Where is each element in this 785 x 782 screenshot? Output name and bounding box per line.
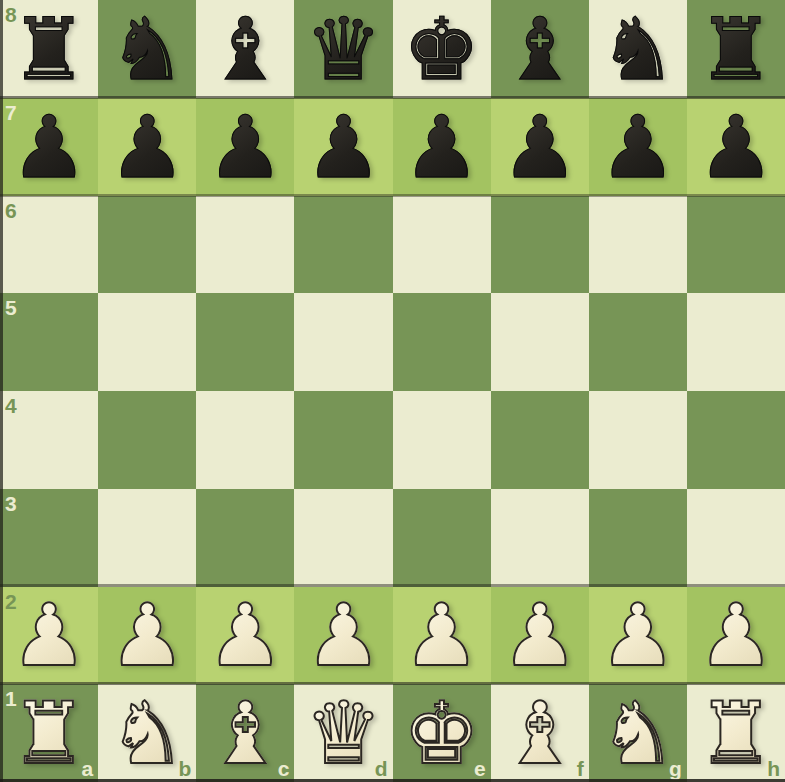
piece-black-pawn[interactable]: ♟ bbox=[196, 98, 294, 196]
piece-white-pawn[interactable]: ♟ bbox=[589, 587, 687, 685]
square-h6[interactable] bbox=[687, 196, 785, 294]
square-e3[interactable] bbox=[393, 489, 491, 587]
square-e5[interactable] bbox=[393, 293, 491, 391]
square-e4[interactable] bbox=[393, 391, 491, 489]
square-d1[interactable]: ♛d bbox=[294, 684, 392, 782]
square-e7[interactable]: ♟ bbox=[393, 98, 491, 196]
square-c5[interactable] bbox=[196, 293, 294, 391]
piece-black-pawn[interactable]: ♟ bbox=[294, 98, 392, 196]
square-b5[interactable] bbox=[98, 293, 196, 391]
piece-white-knight[interactable]: ♞ bbox=[589, 684, 687, 782]
square-a5[interactable]: 5 bbox=[0, 293, 98, 391]
square-h8[interactable]: ♜ bbox=[687, 0, 785, 98]
piece-white-rook[interactable]: ♜ bbox=[687, 684, 785, 782]
square-a1[interactable]: ♜1a bbox=[0, 684, 98, 782]
square-f2[interactable]: ♟ bbox=[491, 587, 589, 685]
piece-white-pawn[interactable]: ♟ bbox=[393, 587, 491, 685]
square-g6[interactable] bbox=[589, 196, 687, 294]
piece-black-pawn[interactable]: ♟ bbox=[393, 98, 491, 196]
piece-black-knight[interactable]: ♞ bbox=[589, 0, 687, 98]
rank-label-3: 3 bbox=[5, 493, 17, 514]
square-c7[interactable]: ♟ bbox=[196, 98, 294, 196]
square-e8[interactable]: ♚ bbox=[393, 0, 491, 98]
piece-white-pawn[interactable]: ♟ bbox=[98, 587, 196, 685]
square-c8[interactable]: ♝ bbox=[196, 0, 294, 98]
square-g2[interactable]: ♟ bbox=[589, 587, 687, 685]
piece-white-queen[interactable]: ♛ bbox=[294, 684, 392, 782]
chess-board: ♜8♞♝♛♚♝♞♜♟7♟♟♟♟♟♟♟6543♟2♟♟♟♟♟♟♟♜1a♞b♝c♛d… bbox=[0, 0, 785, 782]
square-a3[interactable]: 3 bbox=[0, 489, 98, 587]
piece-black-knight[interactable]: ♞ bbox=[98, 0, 196, 98]
square-b4[interactable] bbox=[98, 391, 196, 489]
square-f8[interactable]: ♝ bbox=[491, 0, 589, 98]
square-f4[interactable] bbox=[491, 391, 589, 489]
piece-black-pawn[interactable]: ♟ bbox=[98, 98, 196, 196]
square-f3[interactable] bbox=[491, 489, 589, 587]
square-a2[interactable]: ♟2 bbox=[0, 587, 98, 685]
piece-black-king[interactable]: ♚ bbox=[393, 0, 491, 98]
square-d3[interactable] bbox=[294, 489, 392, 587]
piece-black-pawn[interactable]: ♟ bbox=[589, 98, 687, 196]
piece-black-bishop[interactable]: ♝ bbox=[196, 0, 294, 98]
piece-white-knight[interactable]: ♞ bbox=[98, 684, 196, 782]
piece-white-bishop[interactable]: ♝ bbox=[491, 684, 589, 782]
square-d6[interactable] bbox=[294, 196, 392, 294]
square-h4[interactable] bbox=[687, 391, 785, 489]
square-b8[interactable]: ♞ bbox=[98, 0, 196, 98]
square-e1[interactable]: ♚e bbox=[393, 684, 491, 782]
square-e2[interactable]: ♟ bbox=[393, 587, 491, 685]
square-c1[interactable]: ♝c bbox=[196, 684, 294, 782]
square-g4[interactable] bbox=[589, 391, 687, 489]
piece-black-pawn[interactable]: ♟ bbox=[491, 98, 589, 196]
square-h3[interactable] bbox=[687, 489, 785, 587]
piece-white-pawn[interactable]: ♟ bbox=[0, 587, 98, 685]
piece-black-rook[interactable]: ♜ bbox=[687, 0, 785, 98]
square-h5[interactable] bbox=[687, 293, 785, 391]
square-d5[interactable] bbox=[294, 293, 392, 391]
rank-label-5: 5 bbox=[5, 297, 17, 318]
square-f6[interactable] bbox=[491, 196, 589, 294]
piece-black-pawn[interactable]: ♟ bbox=[687, 98, 785, 196]
square-f7[interactable]: ♟ bbox=[491, 98, 589, 196]
square-a4[interactable]: 4 bbox=[0, 391, 98, 489]
square-d4[interactable] bbox=[294, 391, 392, 489]
square-b1[interactable]: ♞b bbox=[98, 684, 196, 782]
rank-label-4: 4 bbox=[5, 395, 17, 416]
square-a8[interactable]: ♜8 bbox=[0, 0, 98, 98]
square-g3[interactable] bbox=[589, 489, 687, 587]
piece-white-king[interactable]: ♚ bbox=[393, 684, 491, 782]
piece-white-pawn[interactable]: ♟ bbox=[294, 587, 392, 685]
piece-white-pawn[interactable]: ♟ bbox=[491, 587, 589, 685]
square-b6[interactable] bbox=[98, 196, 196, 294]
piece-white-pawn[interactable]: ♟ bbox=[196, 587, 294, 685]
piece-black-queen[interactable]: ♛ bbox=[294, 0, 392, 98]
piece-white-pawn[interactable]: ♟ bbox=[687, 587, 785, 685]
square-f5[interactable] bbox=[491, 293, 589, 391]
square-h1[interactable]: ♜h bbox=[687, 684, 785, 782]
square-c2[interactable]: ♟ bbox=[196, 587, 294, 685]
square-d2[interactable]: ♟ bbox=[294, 587, 392, 685]
square-b3[interactable] bbox=[98, 489, 196, 587]
square-e6[interactable] bbox=[393, 196, 491, 294]
square-c6[interactable] bbox=[196, 196, 294, 294]
square-d8[interactable]: ♛ bbox=[294, 0, 392, 98]
square-a6[interactable]: 6 bbox=[0, 196, 98, 294]
rank-label-6: 6 bbox=[5, 200, 17, 221]
square-a7[interactable]: ♟7 bbox=[0, 98, 98, 196]
square-f1[interactable]: ♝f bbox=[491, 684, 589, 782]
piece-black-pawn[interactable]: ♟ bbox=[0, 98, 98, 196]
square-b7[interactable]: ♟ bbox=[98, 98, 196, 196]
square-d7[interactable]: ♟ bbox=[294, 98, 392, 196]
square-c4[interactable] bbox=[196, 391, 294, 489]
piece-white-bishop[interactable]: ♝ bbox=[196, 684, 294, 782]
square-b2[interactable]: ♟ bbox=[98, 587, 196, 685]
square-h2[interactable]: ♟ bbox=[687, 587, 785, 685]
square-g1[interactable]: ♞g bbox=[589, 684, 687, 782]
piece-white-rook[interactable]: ♜ bbox=[0, 684, 98, 782]
square-c3[interactable] bbox=[196, 489, 294, 587]
square-g7[interactable]: ♟ bbox=[589, 98, 687, 196]
square-g8[interactable]: ♞ bbox=[589, 0, 687, 98]
piece-black-bishop[interactable]: ♝ bbox=[491, 0, 589, 98]
square-g5[interactable] bbox=[589, 293, 687, 391]
piece-black-rook[interactable]: ♜ bbox=[0, 0, 98, 98]
square-h7[interactable]: ♟ bbox=[687, 98, 785, 196]
